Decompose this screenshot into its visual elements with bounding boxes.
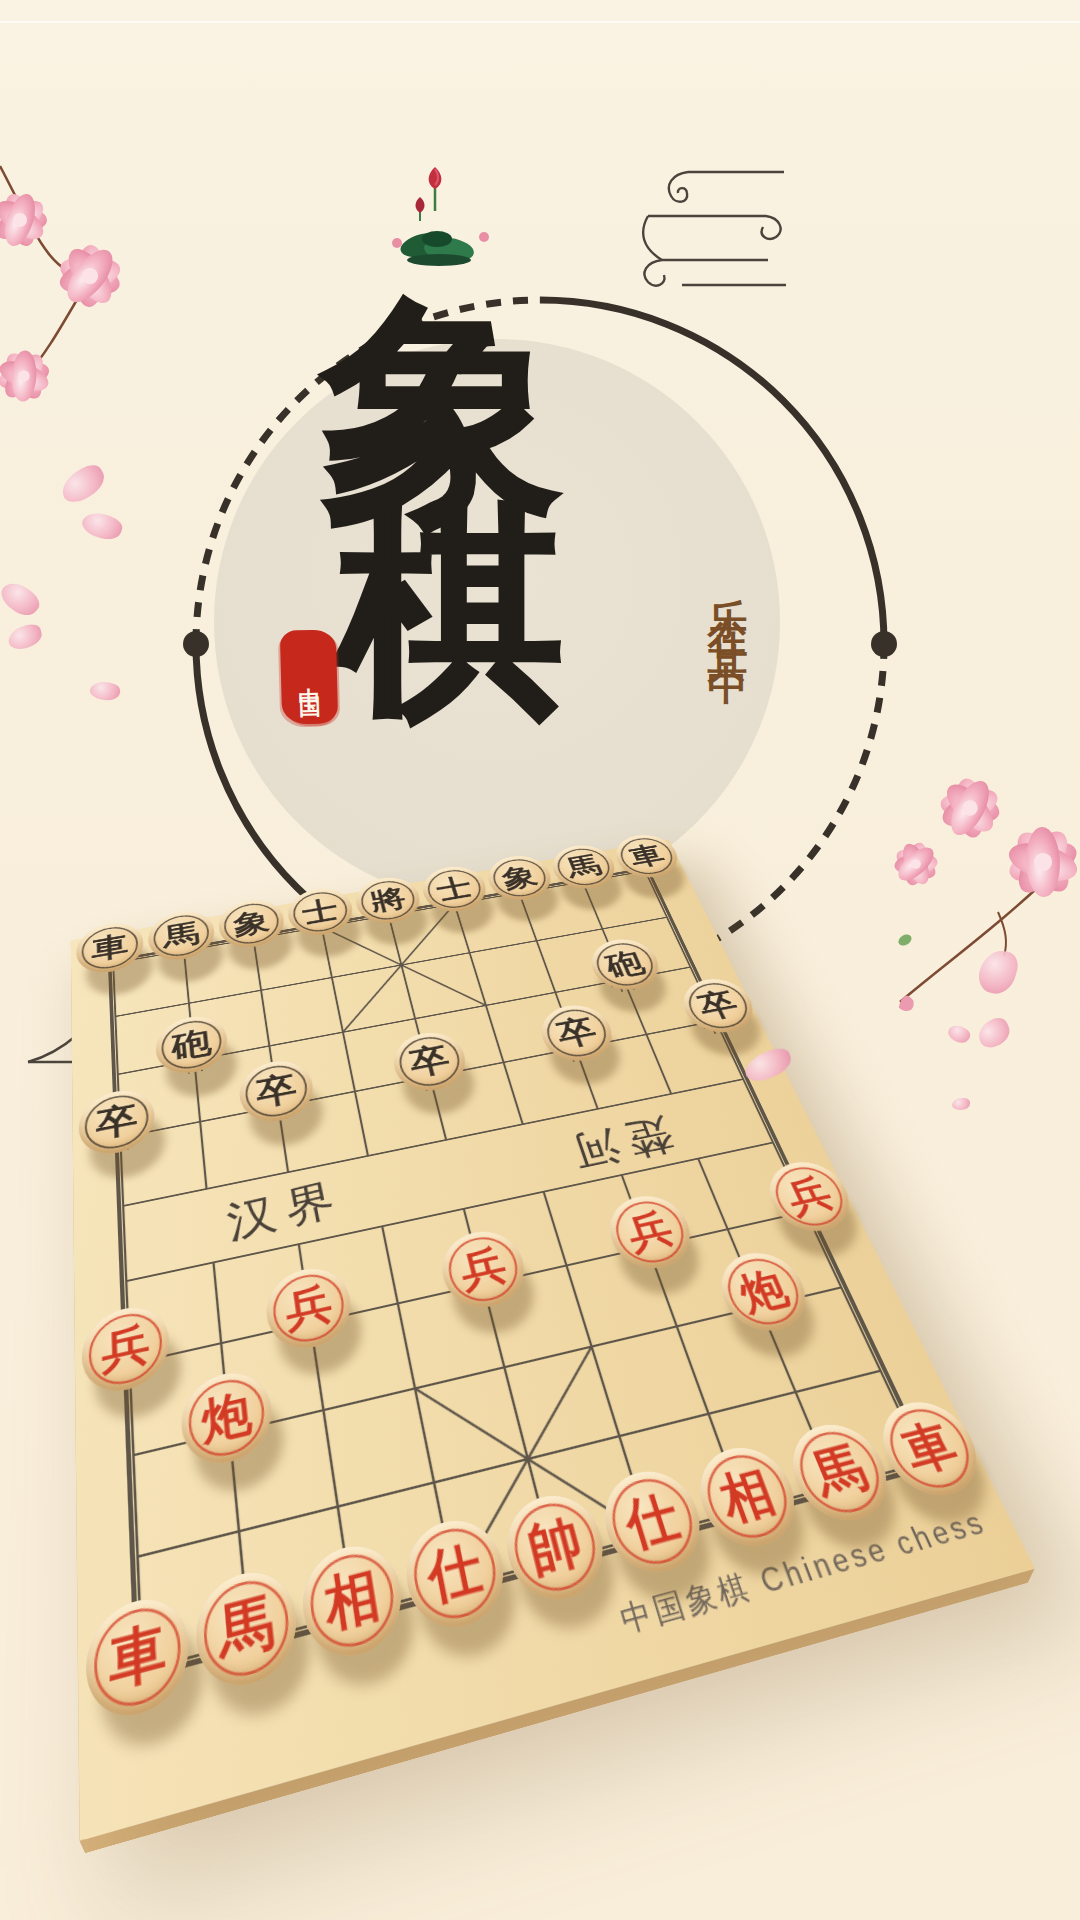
piece-glyph: 帥 xyxy=(523,1512,588,1581)
piece-glyph: 相 xyxy=(714,1464,781,1529)
magnolia-left-illustration xyxy=(0,158,163,453)
piece-glyph: 車 xyxy=(91,931,129,964)
piece-glyph: 仕 xyxy=(423,1538,487,1609)
piece-glyph: 馬 xyxy=(216,1591,277,1666)
cloud-scroll-top-right xyxy=(618,164,790,292)
blossom-petal xyxy=(952,1098,970,1110)
piece-glyph: 卒 xyxy=(406,1042,452,1080)
piece-glyph: 兵 xyxy=(456,1244,510,1294)
piece-glyph: 將 xyxy=(368,885,409,915)
piece-glyph: 卒 xyxy=(95,1101,138,1143)
piece-glyph: 象 xyxy=(232,908,271,939)
piece-glyph: 相 xyxy=(321,1564,383,1637)
lotus-illustration xyxy=(385,163,497,269)
xiangqi-board[interactable]: 汉界 楚河 中国象棋 Chinese chess 車馬象士將士象馬車砲砲卒卒卒卒… xyxy=(71,839,1035,1840)
piece-glyph: 卒 xyxy=(694,988,743,1023)
piece-glyph: 馬 xyxy=(806,1440,874,1503)
piece-glyph: 車 xyxy=(895,1417,964,1479)
piece-glyph: 卒 xyxy=(553,1014,601,1051)
piece-glyph: 象 xyxy=(499,863,541,892)
piece-glyph: 車 xyxy=(108,1618,167,1695)
piece-glyph: 馬 xyxy=(162,920,201,952)
piece-glyph: 砲 xyxy=(602,948,648,981)
poster-canvas: 象 棋 中国 乐在其中 xyxy=(0,0,1080,1920)
piece-glyph: 仕 xyxy=(620,1488,686,1555)
piece-glyph: 兵 xyxy=(101,1321,151,1376)
piece-glyph: 兵 xyxy=(780,1173,838,1219)
piece-glyph: 卒 xyxy=(254,1071,299,1111)
piece-glyph: 士 xyxy=(434,874,475,904)
piece-glyph: 馬 xyxy=(563,852,605,881)
blossom-petal xyxy=(79,508,125,544)
top-highlight-line xyxy=(0,21,1080,23)
piece-glyph: 炮 xyxy=(200,1388,254,1448)
piece-glyph: 砲 xyxy=(171,1026,213,1064)
river-text-right: 楚河 xyxy=(557,1112,680,1177)
board-scene: 汉界 楚河 中国象棋 Chinese chess 車馬象士將士象馬車砲砲卒卒卒卒… xyxy=(0,640,1040,1650)
river-text-left: 汉界 xyxy=(224,1173,349,1247)
piece-glyph: 兵 xyxy=(283,1282,335,1335)
piece-glyph: 兵 xyxy=(622,1208,678,1256)
piece-glyph: 士 xyxy=(300,896,340,927)
blossom-petal xyxy=(56,460,110,507)
piece-glyph: 炮 xyxy=(733,1266,793,1318)
blossom-petal xyxy=(0,576,44,622)
piece-glyph: 車 xyxy=(625,842,668,870)
